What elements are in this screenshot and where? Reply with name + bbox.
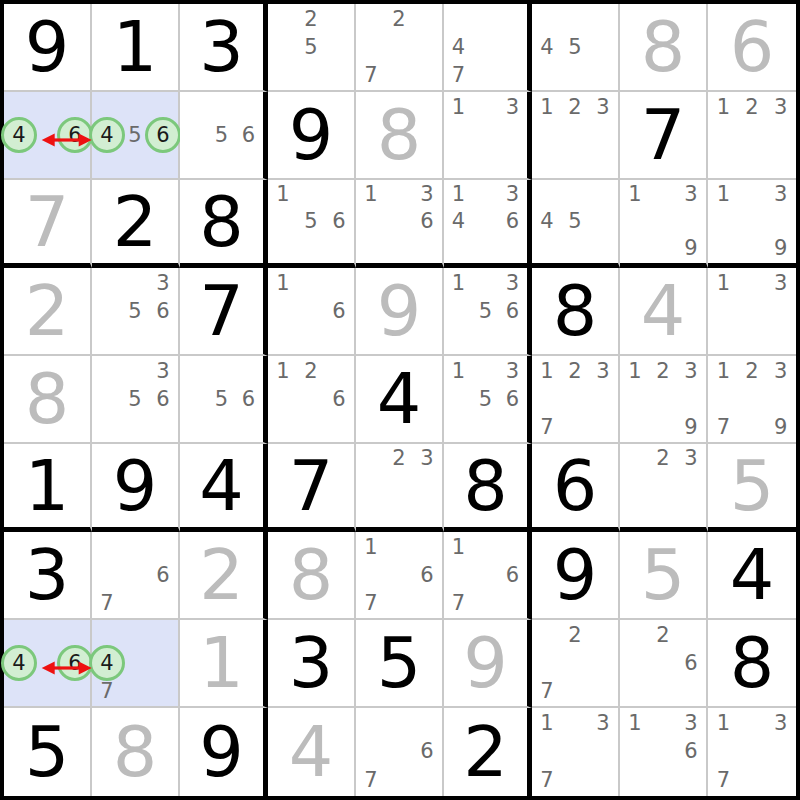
candidate-empty-slot (297, 297, 325, 325)
candidate-empty-slot (181, 93, 208, 121)
cell-value-given: 9 (289, 100, 334, 170)
candidate-empty-slot (269, 325, 297, 353)
candidate-empty-slot (385, 61, 413, 89)
candidate-empty-slot (385, 766, 413, 795)
candidate-empty-slot (93, 357, 121, 385)
candidate-empty-slot (589, 149, 617, 177)
candidate-7: 7 (357, 766, 385, 795)
cell-r1c4[interactable]: 25 (268, 4, 356, 92)
candidate-empty-slot (33, 621, 61, 649)
candidate-3: 3 (499, 269, 526, 297)
candidate-5: 5 (208, 385, 235, 413)
cell-r1c3[interactable]: 3 (180, 4, 268, 92)
cell-value-given: 7 (289, 451, 334, 521)
cell-r1c6[interactable]: 47 (444, 4, 532, 92)
cell-r5c1[interactable]: 8 (4, 356, 92, 444)
cell-r2c5[interactable]: 8 (356, 92, 444, 180)
candidate-6: 6 (499, 385, 526, 413)
cell-r7c2[interactable]: 67 (92, 532, 180, 620)
candidate-1: 1 (269, 181, 297, 208)
cell-r6c6[interactable]: 8 (444, 444, 532, 532)
cell-r8c4[interactable]: 3 (268, 620, 356, 708)
candidate-empty-slot (533, 621, 561, 649)
candidate-empty-slot (93, 325, 121, 353)
cell-r1c1[interactable]: 9 (4, 4, 92, 92)
cell-r4c8[interactable]: 4 (620, 268, 708, 356)
cell-r2c2[interactable]: 456 (92, 92, 180, 180)
candidate-empty-slot (413, 61, 441, 89)
cell-r6c4[interactable]: 7 (268, 444, 356, 532)
candidate-empty-slot (472, 589, 499, 617)
candidate-empty-slot (766, 738, 795, 767)
candidate-empty-slot (325, 181, 353, 208)
candidate-1: 1 (445, 357, 472, 385)
candidate-empty-slot (445, 121, 472, 149)
cell-r1c5[interactable]: 27 (356, 4, 444, 92)
candidate-empty-slot (649, 709, 677, 738)
cell-r7c8[interactable]: 5 (620, 532, 708, 620)
cell-r9c8[interactable]: 136 (620, 708, 708, 796)
candidate-empty-slot (149, 677, 177, 705)
candidate-empty-slot (589, 235, 617, 262)
candidate-empty-slot (472, 121, 499, 149)
cell-value-given: 1 (113, 12, 158, 82)
cell-r9c5[interactable]: 67 (356, 708, 444, 796)
candidate-empty-slot (357, 499, 385, 526)
cell-r7c6[interactable]: 167 (444, 532, 532, 620)
candidate-empty-slot (445, 325, 472, 353)
candidate-6: 6 (325, 208, 353, 235)
candidate-empty-slot (533, 5, 561, 33)
candidate-3: 3 (766, 269, 795, 297)
candidate-empty-slot (357, 5, 385, 33)
candidate-empty-slot (621, 649, 649, 677)
candidate-empty-slot (445, 297, 472, 325)
cell-r8c7[interactable]: 27 (532, 620, 620, 708)
cell-r4c1[interactable]: 2 (4, 268, 92, 356)
candidate-empty-slot (589, 649, 617, 677)
candidate-empty-slot (121, 357, 149, 385)
candidate-empty-slot (325, 357, 353, 385)
cell-r4c7[interactable]: 8 (532, 268, 620, 356)
candidate-empty-slot (472, 561, 499, 589)
cell-r4c9[interactable]: 13 (708, 268, 796, 356)
cell-r8c3[interactable]: 1 (180, 620, 268, 708)
cell-r6c7[interactable]: 6 (532, 444, 620, 532)
candidate-empty-slot (181, 121, 208, 149)
candidate-empty-slot (5, 677, 33, 705)
cell-r7c9[interactable]: 4 (708, 532, 796, 620)
candidate-grid: 167 (357, 533, 441, 617)
candidate-2: 2 (561, 357, 589, 385)
candidate-empty-slot (677, 621, 705, 649)
candidate-empty-slot (413, 589, 441, 617)
cell-value-solved: 8 (641, 12, 686, 82)
cell-r7c4[interactable]: 8 (268, 532, 356, 620)
candidate-empty-slot (533, 235, 561, 262)
candidate-empty-slot (149, 649, 177, 677)
candidate-grid: 139 (709, 181, 795, 262)
candidate-grid: 45 (533, 5, 617, 89)
candidate-5: 5 (472, 297, 499, 325)
candidate-grid: 46 (5, 621, 89, 705)
candidate-empty-slot (235, 413, 262, 441)
candidate-1: 1 (709, 269, 738, 297)
candidate-4: 4 (93, 649, 121, 677)
candidate-empty-slot (589, 677, 617, 705)
candidate-grid: 13 (709, 269, 795, 353)
candidate-empty-slot (499, 33, 526, 61)
candidate-empty-slot (709, 297, 738, 325)
candidate-empty-slot (93, 149, 121, 177)
candidate-empty-slot (649, 235, 677, 262)
candidate-empty-slot (533, 149, 561, 177)
cell-r4c5[interactable]: 9 (356, 268, 444, 356)
cell-r2c4[interactable]: 9 (268, 92, 356, 180)
cell-r3c4[interactable]: 156 (268, 180, 356, 268)
candidate-3: 3 (413, 445, 441, 472)
candidate-empty-slot (121, 621, 149, 649)
cell-r8c1[interactable]: 46 (4, 620, 92, 708)
candidate-grid: 12379 (709, 357, 795, 441)
candidate-empty-slot (766, 766, 795, 795)
cell-r1c9[interactable]: 6 (708, 4, 796, 92)
candidate-empty-slot (269, 235, 297, 262)
cell-r5c5[interactable]: 4 (356, 356, 444, 444)
candidate-grid: 56 (181, 93, 262, 177)
cell-r8c6[interactable]: 9 (444, 620, 532, 708)
candidate-empty-slot (766, 297, 795, 325)
cell-value-given: 9 (25, 12, 70, 82)
candidate-empty-slot (561, 649, 589, 677)
cell-r1c2[interactable]: 1 (92, 4, 180, 92)
cell-r8c9[interactable]: 8 (708, 620, 796, 708)
candidate-empty-slot (472, 93, 499, 121)
cell-value-given: 4 (730, 540, 775, 610)
candidate-7: 7 (93, 677, 121, 705)
candidate-empty-slot (649, 649, 677, 677)
candidate-grid: 126 (269, 357, 353, 441)
cell-r1c7[interactable]: 45 (532, 4, 620, 92)
cell-r9c9[interactable]: 137 (708, 708, 796, 796)
candidate-empty-slot (297, 235, 325, 262)
candidate-empty-slot (649, 766, 677, 795)
candidate-empty-slot (385, 738, 413, 767)
candidate-grid: 26 (621, 621, 705, 705)
cell-r9c3[interactable]: 9 (180, 708, 268, 796)
cell-r9c6[interactable]: 2 (444, 708, 532, 796)
candidate-empty-slot (561, 385, 589, 413)
candidate-1: 1 (621, 357, 649, 385)
cell-r2c3[interactable]: 56 (180, 92, 268, 180)
cell-r2c9[interactable]: 123 (708, 92, 796, 180)
candidate-empty-slot (649, 499, 677, 526)
cell-r5c3[interactable]: 56 (180, 356, 268, 444)
candidate-grid: 47 (93, 621, 177, 705)
candidate-empty-slot (589, 208, 617, 235)
candidate-3: 3 (589, 93, 617, 121)
candidate-empty-slot (445, 149, 472, 177)
candidate-empty-slot (533, 649, 561, 677)
candidate-empty-slot (621, 385, 649, 413)
cell-value-given: 3 (199, 12, 244, 82)
cell-value-given: 8 (463, 451, 508, 521)
candidate-empty-slot (738, 413, 767, 441)
cell-r6c1[interactable]: 1 (4, 444, 92, 532)
candidate-empty-slot (499, 121, 526, 149)
cell-value-solved: 6 (730, 12, 775, 82)
candidate-empty-slot (472, 149, 499, 177)
candidate-empty-slot (93, 413, 121, 441)
cell-r7c1[interactable]: 3 (4, 532, 92, 620)
cell-r5c2[interactable]: 356 (92, 356, 180, 444)
cell-r8c5[interactable]: 5 (356, 620, 444, 708)
candidate-empty-slot (499, 589, 526, 617)
cell-r3c1[interactable]: 7 (4, 180, 92, 268)
candidate-empty-slot (445, 413, 472, 441)
cell-value-solved: 2 (199, 540, 244, 610)
candidate-empty-slot (621, 208, 649, 235)
candidate-grid: 13 (445, 93, 526, 177)
candidate-9: 9 (677, 235, 705, 262)
candidate-empty-slot (589, 33, 617, 61)
candidate-empty-slot (649, 677, 677, 705)
candidate-empty-slot (385, 499, 413, 526)
cell-r3c2[interactable]: 2 (92, 180, 180, 268)
cell-value-solved: 2 (25, 276, 70, 346)
candidate-6: 6 (677, 649, 705, 677)
cell-r4c6[interactable]: 1356 (444, 268, 532, 356)
candidate-grid: 67 (93, 533, 177, 617)
candidate-empty-slot (472, 325, 499, 353)
candidate-3: 3 (413, 181, 441, 208)
candidate-6: 6 (499, 561, 526, 589)
candidate-6: 6 (149, 561, 177, 589)
cell-value-given: 7 (641, 100, 686, 170)
candidate-empty-slot (677, 472, 705, 499)
candidate-empty-slot (589, 621, 617, 649)
cell-r3c5[interactable]: 136 (356, 180, 444, 268)
cell-r4c3[interactable]: 7 (180, 268, 268, 356)
candidate-7: 7 (357, 589, 385, 617)
cell-r6c5[interactable]: 23 (356, 444, 444, 532)
candidate-1: 1 (357, 181, 385, 208)
candidate-empty-slot (621, 766, 649, 795)
cell-value-solved: 8 (25, 364, 70, 434)
cell-r9c4[interactable]: 4 (268, 708, 356, 796)
candidate-empty-slot (93, 385, 121, 413)
candidate-grid: 1239 (621, 357, 705, 441)
candidate-empty-slot (149, 325, 177, 353)
candidate-6: 6 (413, 738, 441, 767)
candidate-empty-slot (357, 33, 385, 61)
candidate-grid: 45 (533, 181, 617, 262)
cell-r6c2[interactable]: 9 (92, 444, 180, 532)
candidate-empty-slot (499, 413, 526, 441)
candidate-empty-slot (269, 413, 297, 441)
candidate-empty-slot (499, 325, 526, 353)
candidate-empty-slot (357, 472, 385, 499)
cell-r7c5[interactable]: 167 (356, 532, 444, 620)
candidate-empty-slot (499, 533, 526, 561)
candidate-empty-slot (561, 413, 589, 441)
sudoku-board: 9132527474586464565698131237123728156136… (0, 0, 800, 800)
cell-r6c8[interactable]: 23 (620, 444, 708, 532)
cell-value-given: 8 (553, 276, 598, 346)
cell-r3c6[interactable]: 1346 (444, 180, 532, 268)
candidate-empty-slot (533, 121, 561, 149)
cell-r5c7[interactable]: 1237 (532, 356, 620, 444)
cell-r6c9[interactable]: 5 (708, 444, 796, 532)
candidate-1: 1 (709, 357, 738, 385)
candidate-3: 3 (766, 181, 795, 208)
candidate-empty-slot (149, 533, 177, 561)
candidate-3: 3 (677, 181, 705, 208)
candidate-5: 5 (297, 33, 325, 61)
cell-r3c7[interactable]: 45 (532, 180, 620, 268)
cell-value-solved: 5 (641, 540, 686, 610)
candidate-3: 3 (499, 181, 526, 208)
candidate-empty-slot (93, 297, 121, 325)
cell-r4c2[interactable]: 356 (92, 268, 180, 356)
cell-r3c3[interactable]: 8 (180, 180, 268, 268)
candidate-empty-slot (413, 472, 441, 499)
candidate-grid: 156 (269, 181, 353, 262)
candidate-3: 3 (499, 357, 526, 385)
cell-value-solved: 8 (377, 100, 422, 170)
candidate-5: 5 (208, 121, 235, 149)
candidate-grid: 137 (709, 709, 795, 795)
candidate-empty-slot (766, 121, 795, 149)
candidate-empty-slot (533, 181, 561, 208)
candidate-empty-slot (121, 649, 149, 677)
cell-r9c1[interactable]: 5 (4, 708, 92, 796)
candidate-grid: 136 (357, 181, 441, 262)
candidate-empty-slot (33, 149, 61, 177)
candidate-empty-slot (235, 149, 262, 177)
candidate-empty-slot (561, 149, 589, 177)
cell-value-given: 9 (199, 717, 244, 787)
candidate-empty-slot (297, 413, 325, 441)
cell-r8c8[interactable]: 26 (620, 620, 708, 708)
candidate-empty-slot (589, 413, 617, 441)
candidate-grid: 356 (93, 357, 177, 441)
candidate-2: 2 (385, 445, 413, 472)
cell-r5c9[interactable]: 12379 (708, 356, 796, 444)
cell-r6c3[interactable]: 4 (180, 444, 268, 532)
candidate-2: 2 (297, 5, 325, 33)
candidate-empty-slot (297, 385, 325, 413)
candidate-empty-slot (738, 235, 767, 262)
cell-r7c3[interactable]: 2 (180, 532, 268, 620)
cell-r2c1[interactable]: 46 (4, 92, 92, 180)
candidate-empty-slot (709, 738, 738, 767)
candidate-empty-slot (621, 472, 649, 499)
candidate-empty-slot (181, 413, 208, 441)
cell-value-solved: 9 (377, 276, 422, 346)
cell-r5c8[interactable]: 1239 (620, 356, 708, 444)
candidate-grid: 137 (533, 709, 617, 795)
cell-r4c4[interactable]: 16 (268, 268, 356, 356)
candidate-empty-slot (269, 385, 297, 413)
candidate-4: 4 (5, 121, 33, 149)
cell-value-solved: 5 (730, 451, 775, 521)
candidate-grid: 139 (621, 181, 705, 262)
candidate-empty-slot (533, 738, 561, 767)
candidate-grid: 1356 (445, 269, 526, 353)
cell-value-given: 5 (377, 628, 422, 698)
candidate-empty-slot (589, 61, 617, 89)
cell-r2c7[interactable]: 123 (532, 92, 620, 180)
candidate-empty-slot (738, 709, 767, 738)
cell-r3c9[interactable]: 139 (708, 180, 796, 268)
candidate-empty-slot (472, 235, 499, 262)
cell-r2c6[interactable]: 13 (444, 92, 532, 180)
candidate-empty-slot (472, 357, 499, 385)
cell-r1c8[interactable]: 8 (620, 4, 708, 92)
cell-value-solved: 8 (289, 540, 334, 610)
candidate-2: 2 (385, 5, 413, 33)
candidate-empty-slot (121, 533, 149, 561)
candidate-empty-slot (357, 235, 385, 262)
cell-r7c7[interactable]: 9 (532, 532, 620, 620)
candidate-empty-slot (385, 561, 413, 589)
candidate-empty-slot (297, 269, 325, 297)
candidate-6: 6 (149, 121, 177, 149)
cell-value-given: 2 (113, 187, 158, 257)
candidate-empty-slot (589, 121, 617, 149)
candidate-empty-slot (33, 93, 61, 121)
candidate-2: 2 (649, 621, 677, 649)
cell-value-solved: 7 (25, 187, 70, 257)
cell-r9c7[interactable]: 137 (532, 708, 620, 796)
candidate-7: 7 (709, 766, 738, 795)
candidate-2: 2 (561, 93, 589, 121)
candidate-empty-slot (325, 269, 353, 297)
candidate-grid: 1356 (445, 357, 526, 441)
candidate-grid: 56 (181, 357, 262, 441)
candidate-grid: 123 (533, 93, 617, 177)
candidate-6: 6 (149, 297, 177, 325)
candidate-empty-slot (472, 33, 499, 61)
candidate-empty-slot (766, 208, 795, 235)
candidate-empty-slot (121, 589, 149, 617)
candidate-empty-slot (738, 297, 767, 325)
candidate-empty-slot (121, 93, 149, 121)
cell-r9c2[interactable]: 8 (92, 708, 180, 796)
candidate-4: 4 (533, 33, 561, 61)
candidate-3: 3 (499, 93, 526, 121)
cell-r3c8[interactable]: 139 (620, 180, 708, 268)
candidate-empty-slot (766, 325, 795, 353)
cell-r5c4[interactable]: 126 (268, 356, 356, 444)
cell-r2c8[interactable]: 7 (620, 92, 708, 180)
candidate-4: 4 (445, 208, 472, 235)
candidate-empty-slot (93, 561, 121, 589)
candidate-empty-slot (357, 738, 385, 767)
candidate-empty-slot (413, 5, 441, 33)
candidate-empty-slot (561, 121, 589, 149)
candidate-empty-slot (766, 385, 795, 413)
candidate-empty-slot (181, 149, 208, 177)
candidate-empty-slot (649, 472, 677, 499)
cell-value-given: 1 (25, 451, 70, 521)
candidate-1: 1 (445, 93, 472, 121)
candidate-grid: 27 (357, 5, 441, 89)
cell-r8c2[interactable]: 47 (92, 620, 180, 708)
cell-r5c6[interactable]: 1356 (444, 356, 532, 444)
candidate-empty-slot (269, 33, 297, 61)
